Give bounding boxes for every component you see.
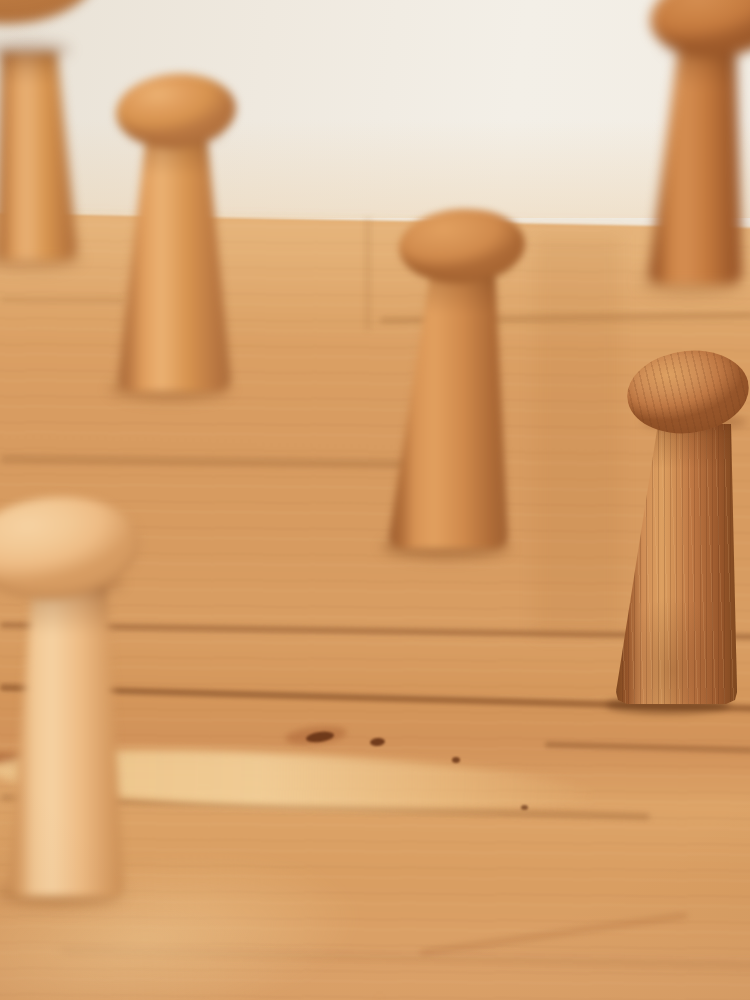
piece-head	[114, 70, 239, 152]
piece-head	[397, 206, 527, 286]
piece-stem	[389, 270, 508, 548]
piece-back-right[interactable]	[639, 0, 750, 300]
piece-back-left-corner[interactable]	[0, 0, 111, 276]
pieces-layer	[0, 0, 750, 1000]
piece-back-left[interactable]	[106, 64, 246, 407]
piece-right-in-focus[interactable]	[606, 341, 750, 720]
piece-head	[0, 490, 144, 607]
piece-head	[0, 0, 101, 24]
piece-front-left[interactable]	[0, 487, 150, 912]
piece-neck-shade	[0, 42, 70, 58]
piece-center[interactable]	[379, 199, 535, 564]
piece-stem	[118, 136, 231, 391]
piece-stem	[0, 52, 77, 260]
piece-stem	[8, 586, 124, 896]
piece-stem	[649, 50, 742, 284]
photo-stage	[0, 0, 750, 1000]
piece-stem	[616, 424, 737, 704]
